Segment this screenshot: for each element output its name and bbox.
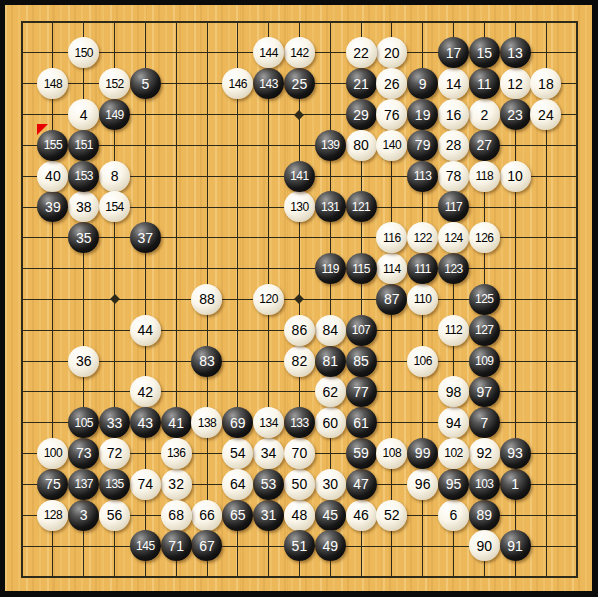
black-stone-119: 119: [315, 253, 346, 284]
black-stone-65: 65: [222, 500, 253, 531]
move-number: 18: [538, 77, 554, 91]
white-stone-42: 42: [130, 376, 161, 407]
move-number: 109: [475, 355, 494, 367]
black-stone-145: 145: [130, 530, 161, 561]
white-stone-150: 150: [68, 37, 99, 68]
move-number: 152: [105, 78, 124, 90]
move-number: 96: [415, 477, 431, 491]
move-number: 135: [105, 478, 124, 490]
move-number: 136: [167, 447, 186, 459]
move-number: 30: [322, 477, 338, 491]
black-stone-37: 37: [130, 222, 161, 253]
move-number: 114: [383, 263, 401, 275]
white-stone-14: 14: [438, 68, 469, 99]
white-stone-46: 46: [346, 500, 377, 531]
white-stone-72: 72: [99, 438, 130, 469]
move-number: 118: [475, 170, 493, 182]
move-number: 117: [445, 201, 463, 213]
move-number: 115: [352, 263, 370, 275]
move-number: 50: [292, 477, 308, 491]
move-number: 83: [199, 354, 215, 368]
white-stone-76: 76: [376, 99, 407, 130]
move-number: 95: [446, 477, 462, 491]
move-number: 65: [230, 508, 246, 522]
move-number: 125: [475, 293, 494, 305]
move-number: 141: [290, 170, 309, 182]
white-stone-6: 6: [438, 500, 469, 531]
white-stone-146: 146: [222, 68, 253, 99]
white-stone-130: 130: [284, 191, 315, 222]
move-number: 68: [168, 508, 184, 522]
white-stone-82: 82: [284, 346, 315, 377]
move-number: 36: [76, 354, 92, 368]
white-stone-78: 78: [438, 161, 469, 192]
move-number: 82: [292, 354, 308, 368]
black-stone-91: 91: [500, 530, 531, 561]
move-number: 46: [353, 508, 369, 522]
black-stone-43: 43: [130, 407, 161, 438]
move-number: 139: [321, 139, 340, 151]
white-stone-118: 118: [469, 161, 500, 192]
move-number: 76: [384, 108, 400, 122]
move-number: 51: [292, 539, 308, 553]
black-stone-71: 71: [161, 530, 192, 561]
black-stone-59: 59: [346, 438, 377, 469]
move-number: 150: [74, 47, 93, 59]
black-stone-29: 29: [346, 99, 377, 130]
white-stone-34: 34: [253, 438, 284, 469]
white-stone-128: 128: [37, 500, 68, 531]
black-stone-27: 27: [469, 130, 500, 161]
white-stone-44: 44: [130, 315, 161, 346]
black-stone-143: 143: [253, 68, 284, 99]
move-number: 113: [414, 170, 432, 182]
black-stone-139: 139: [315, 130, 346, 161]
move-number: 5: [141, 77, 149, 91]
white-stone-24: 24: [530, 99, 561, 130]
move-number: 94: [446, 416, 462, 430]
black-stone-85: 85: [346, 346, 377, 377]
white-stone-26: 26: [376, 68, 407, 99]
move-number: 66: [199, 508, 215, 522]
move-number: 37: [138, 231, 154, 245]
move-number: 142: [290, 47, 309, 59]
black-stone-47: 47: [346, 469, 377, 500]
black-stone-81: 81: [315, 346, 346, 377]
white-stone-88: 88: [191, 284, 222, 315]
white-stone-148: 148: [37, 68, 68, 99]
move-number: 148: [44, 78, 63, 90]
move-number: 42: [138, 385, 154, 399]
black-stone-13: 13: [500, 37, 531, 68]
white-stone-16: 16: [438, 99, 469, 130]
white-stone-80: 80: [346, 130, 377, 161]
black-stone-87: 87: [376, 284, 407, 315]
white-stone-122: 122: [407, 222, 438, 253]
move-number: 75: [45, 477, 61, 491]
move-number: 9: [419, 77, 427, 91]
move-number: 23: [507, 108, 523, 122]
white-stone-110: 110: [407, 284, 438, 315]
white-stone-102: 102: [438, 438, 469, 469]
move-number: 59: [353, 446, 369, 460]
move-number: 15: [476, 46, 492, 60]
black-stone-103: 103: [469, 469, 500, 500]
black-stone-53: 53: [253, 469, 284, 500]
move-number: 47: [353, 477, 369, 491]
move-number: 133: [290, 417, 309, 429]
move-number: 111: [414, 263, 431, 275]
move-number: 131: [321, 201, 340, 213]
black-stone-117: 117: [438, 191, 469, 222]
move-number: 128: [44, 509, 63, 521]
move-number: 140: [383, 139, 402, 151]
black-stone-3: 3: [68, 500, 99, 531]
black-stone-7: 7: [469, 407, 500, 438]
move-number: 22: [353, 46, 369, 60]
move-number: 61: [353, 416, 369, 430]
white-stone-62: 62: [315, 376, 346, 407]
black-stone-73: 73: [68, 438, 99, 469]
move-number: 19: [415, 108, 431, 122]
last-move-marker: [37, 124, 48, 135]
move-number: 155: [44, 139, 63, 151]
move-number: 34: [261, 446, 277, 460]
black-stone-49: 49: [315, 530, 346, 561]
black-stone-135: 135: [99, 469, 130, 500]
move-number: 85: [353, 354, 369, 368]
move-number: 35: [76, 231, 92, 245]
move-number: 67: [199, 539, 215, 553]
white-stone-52: 52: [376, 500, 407, 531]
white-stone-54: 54: [222, 438, 253, 469]
move-number: 10: [507, 169, 523, 183]
move-number: 72: [107, 446, 123, 460]
move-number: 7: [480, 416, 488, 430]
white-stone-20: 20: [376, 37, 407, 68]
black-stone-9: 9: [407, 68, 438, 99]
black-stone-51: 51: [284, 530, 315, 561]
move-number: 149: [105, 109, 124, 121]
move-number: 56: [107, 508, 123, 522]
move-number: 86: [292, 323, 308, 337]
move-number: 41: [168, 416, 184, 430]
white-stone-48: 48: [284, 500, 315, 531]
move-number: 99: [415, 446, 431, 460]
move-number: 90: [476, 539, 492, 553]
move-number: 121: [352, 201, 371, 213]
move-number: 116: [383, 232, 401, 244]
black-stone-131: 131: [315, 191, 346, 222]
move-number: 93: [507, 446, 523, 460]
move-number: 74: [138, 477, 154, 491]
move-number: 13: [507, 46, 523, 60]
move-number: 143: [259, 78, 278, 90]
move-number: 137: [74, 478, 93, 490]
white-stone-112: 112: [438, 315, 469, 346]
move-number: 92: [476, 446, 492, 460]
move-number: 8: [111, 169, 119, 183]
black-stone-125: 125: [469, 284, 500, 315]
move-number: 120: [259, 293, 278, 305]
white-stone-96: 96: [407, 469, 438, 500]
move-number: 48: [292, 508, 308, 522]
black-stone-69: 69: [222, 407, 253, 438]
move-number: 106: [413, 355, 432, 367]
white-stone-84: 84: [315, 315, 346, 346]
black-stone-31: 31: [253, 500, 284, 531]
white-stone-142: 142: [284, 37, 315, 68]
white-stone-74: 74: [130, 469, 161, 500]
move-number: 84: [322, 323, 338, 337]
move-number: 89: [476, 508, 492, 522]
move-number: 80: [353, 138, 369, 152]
black-stone-35: 35: [68, 222, 99, 253]
black-stone-21: 21: [346, 68, 377, 99]
move-number: 6: [450, 508, 458, 522]
move-number: 126: [475, 232, 494, 244]
move-number: 112: [445, 324, 463, 336]
move-number: 29: [353, 108, 369, 122]
move-number: 60: [322, 416, 338, 430]
move-number: 71: [168, 539, 184, 553]
goban[interactable]: 1234567891011121314151617181920212223242…: [5, 5, 592, 591]
black-stone-141: 141: [284, 161, 315, 192]
white-stone-8: 8: [99, 161, 130, 192]
move-number: 3: [80, 508, 88, 522]
black-stone-33: 33: [99, 407, 130, 438]
move-number: 98: [446, 385, 462, 399]
white-stone-90: 90: [469, 530, 500, 561]
move-number: 97: [476, 385, 492, 399]
move-number: 54: [230, 446, 246, 460]
move-number: 25: [292, 77, 308, 91]
move-number: 14: [446, 77, 462, 91]
black-stone-1: 1: [500, 469, 531, 500]
black-stone-121: 121: [346, 191, 377, 222]
move-number: 21: [353, 77, 369, 91]
black-stone-97: 97: [469, 376, 500, 407]
white-stone-66: 66: [191, 500, 222, 531]
white-stone-50: 50: [284, 469, 315, 500]
move-number: 32: [168, 477, 184, 491]
black-stone-25: 25: [284, 68, 315, 99]
move-number: 122: [413, 232, 432, 244]
move-number: 134: [259, 417, 278, 429]
move-number: 81: [322, 354, 338, 368]
black-stone-17: 17: [438, 37, 469, 68]
move-number: 88: [199, 292, 215, 306]
black-stone-105: 105: [68, 407, 99, 438]
move-number: 39: [45, 200, 61, 214]
black-stone-151: 151: [68, 130, 99, 161]
white-stone-116: 116: [376, 222, 407, 253]
black-stone-75: 75: [37, 469, 68, 500]
move-number: 151: [74, 139, 93, 151]
black-stone-61: 61: [346, 407, 377, 438]
black-stone-93: 93: [500, 438, 531, 469]
move-number: 77: [353, 385, 369, 399]
move-number: 79: [415, 138, 431, 152]
move-number: 52: [384, 508, 400, 522]
black-stone-109: 109: [469, 346, 500, 377]
move-number: 12: [507, 77, 523, 91]
move-number: 102: [444, 447, 463, 459]
move-number: 69: [230, 416, 246, 430]
move-number: 24: [538, 108, 554, 122]
white-stone-140: 140: [376, 130, 407, 161]
black-stone-123: 123: [438, 253, 469, 284]
black-stone-19: 19: [407, 99, 438, 130]
black-stone-5: 5: [130, 68, 161, 99]
white-stone-134: 134: [253, 407, 284, 438]
black-stone-133: 133: [284, 407, 315, 438]
move-number: 110: [414, 293, 432, 305]
black-stone-113: 113: [407, 161, 438, 192]
white-stone-22: 22: [346, 37, 377, 68]
white-stone-124: 124: [438, 222, 469, 253]
white-stone-28: 28: [438, 130, 469, 161]
white-stone-136: 136: [161, 438, 192, 469]
white-stone-10: 10: [500, 161, 531, 192]
black-stone-67: 67: [191, 530, 222, 561]
move-number: 87: [384, 292, 400, 306]
black-stone-45: 45: [315, 500, 346, 531]
move-number: 44: [138, 323, 154, 337]
move-number: 26: [384, 77, 400, 91]
move-number: 153: [74, 170, 93, 182]
move-number: 62: [322, 385, 338, 399]
white-stone-94: 94: [438, 407, 469, 438]
black-stone-107: 107: [346, 315, 377, 346]
black-stone-111: 111: [407, 253, 438, 284]
move-number: 154: [105, 201, 124, 213]
white-stone-106: 106: [407, 346, 438, 377]
black-stone-149: 149: [99, 99, 130, 130]
white-stone-68: 68: [161, 500, 192, 531]
white-stone-92: 92: [469, 438, 500, 469]
black-stone-153: 153: [68, 161, 99, 192]
black-stone-89: 89: [469, 500, 500, 531]
white-stone-56: 56: [99, 500, 130, 531]
white-stone-98: 98: [438, 376, 469, 407]
white-stone-60: 60: [315, 407, 346, 438]
move-number: 103: [475, 478, 494, 490]
black-stone-77: 77: [346, 376, 377, 407]
white-stone-12: 12: [500, 68, 531, 99]
white-stone-138: 138: [191, 407, 222, 438]
white-stone-120: 120: [253, 284, 284, 315]
move-number: 91: [507, 539, 523, 553]
white-stone-144: 144: [253, 37, 284, 68]
move-number: 108: [383, 447, 402, 459]
move-number: 33: [107, 416, 123, 430]
move-number: 40: [45, 169, 61, 183]
move-number: 127: [475, 324, 494, 336]
white-stone-114: 114: [376, 253, 407, 284]
white-stone-30: 30: [315, 469, 346, 500]
white-stone-86: 86: [284, 315, 315, 346]
move-number: 73: [76, 446, 92, 460]
stones-layer: 1234567891011121314151617181920212223242…: [7, 7, 592, 592]
white-stone-40: 40: [37, 161, 68, 192]
white-stone-38: 38: [68, 191, 99, 222]
move-number: 1: [511, 477, 519, 491]
move-number: 64: [230, 477, 246, 491]
black-stone-79: 79: [407, 130, 438, 161]
move-number: 38: [76, 200, 92, 214]
black-stone-15: 15: [469, 37, 500, 68]
move-number: 119: [321, 263, 339, 275]
black-stone-95: 95: [438, 469, 469, 500]
black-stone-99: 99: [407, 438, 438, 469]
white-stone-152: 152: [99, 68, 130, 99]
move-number: 16: [446, 108, 462, 122]
go-board-screenshot: 1234567891011121314151617181920212223242…: [0, 0, 598, 597]
white-stone-36: 36: [68, 346, 99, 377]
move-number: 70: [292, 446, 308, 460]
move-number: 123: [444, 263, 463, 275]
move-number: 17: [446, 46, 462, 60]
move-number: 138: [198, 417, 217, 429]
move-number: 27: [476, 138, 492, 152]
black-stone-127: 127: [469, 315, 500, 346]
move-number: 144: [259, 47, 278, 59]
move-number: 45: [322, 508, 338, 522]
white-stone-64: 64: [222, 469, 253, 500]
move-number: 78: [446, 169, 462, 183]
move-number: 28: [446, 138, 462, 152]
black-stone-39: 39: [37, 191, 68, 222]
move-number: 43: [138, 416, 154, 430]
move-number: 130: [290, 201, 309, 213]
move-number: 31: [261, 508, 277, 522]
white-stone-2: 2: [469, 99, 500, 130]
white-stone-32: 32: [161, 469, 192, 500]
white-stone-154: 154: [99, 191, 130, 222]
white-stone-18: 18: [530, 68, 561, 99]
black-stone-115: 115: [346, 253, 377, 284]
white-stone-70: 70: [284, 438, 315, 469]
move-number: 107: [352, 324, 371, 336]
black-stone-23: 23: [500, 99, 531, 130]
black-stone-83: 83: [191, 346, 222, 377]
move-number: 49: [322, 539, 338, 553]
move-number: 20: [384, 46, 400, 60]
move-number: 105: [74, 417, 93, 429]
white-stone-126: 126: [469, 222, 500, 253]
move-number: 124: [444, 232, 463, 244]
white-stone-100: 100: [37, 438, 68, 469]
black-stone-11: 11: [469, 68, 500, 99]
black-stone-137: 137: [68, 469, 99, 500]
white-stone-108: 108: [376, 438, 407, 469]
move-number: 145: [136, 540, 155, 552]
move-number: 100: [44, 447, 63, 459]
move-number: 53: [261, 477, 277, 491]
move-number: 11: [477, 77, 492, 91]
move-number: 4: [80, 108, 88, 122]
move-number: 2: [480, 108, 488, 122]
black-stone-41: 41: [161, 407, 192, 438]
white-stone-4: 4: [68, 99, 99, 130]
move-number: 146: [229, 78, 248, 90]
